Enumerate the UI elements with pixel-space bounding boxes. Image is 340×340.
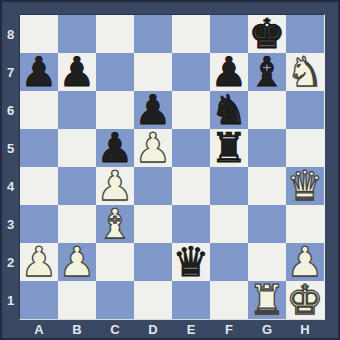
square-e1[interactable] [172,281,210,319]
rank-label-4: 4 [2,167,19,205]
rank-label-6: 6 [2,91,19,129]
file-label-b: B [58,320,96,338]
square-a5[interactable] [20,129,58,167]
square-c2[interactable] [96,243,134,281]
square-d3[interactable] [134,205,172,243]
square-c7[interactable] [96,53,134,91]
square-d1[interactable] [134,281,172,319]
rank-label-3: 3 [2,205,19,243]
square-a7[interactable]: ♟ [20,53,58,91]
square-e5[interactable] [172,129,210,167]
white-pawn-piece[interactable]: ♟ [59,243,96,281]
file-label-e: E [172,320,210,338]
chess-board-frame: 87654321 ♚♟♟♟♝♞♟♞♟♟♜♟♛♝♟♟♛♟♜♚ ABCDEFGH [0,0,340,340]
white-pawn-piece[interactable]: ♟ [135,129,172,167]
white-rook-piece[interactable]: ♜ [249,281,286,319]
square-f4[interactable] [210,167,248,205]
square-b2[interactable]: ♟ [58,243,96,281]
square-h6[interactable] [286,91,324,129]
square-b4[interactable] [58,167,96,205]
square-a2[interactable]: ♟ [20,243,58,281]
square-d5[interactable]: ♟ [134,129,172,167]
black-rook-piece[interactable]: ♜ [211,129,248,167]
square-g7[interactable]: ♝ [248,53,286,91]
square-h4[interactable]: ♛ [286,167,324,205]
square-a4[interactable] [20,167,58,205]
rank-label-5: 5 [2,129,19,167]
black-queen-piece[interactable]: ♛ [173,243,210,281]
white-knight-piece[interactable]: ♞ [287,53,324,91]
rank-label-7: 7 [2,53,19,91]
square-g5[interactable] [248,129,286,167]
square-f1[interactable] [210,281,248,319]
square-b5[interactable] [58,129,96,167]
square-e7[interactable] [172,53,210,91]
square-e4[interactable] [172,167,210,205]
white-queen-piece[interactable]: ♛ [287,167,324,205]
file-label-h: H [286,320,324,338]
white-bishop-piece[interactable]: ♝ [97,205,134,243]
square-c3[interactable]: ♝ [96,205,134,243]
rank-label-1: 1 [2,281,19,319]
square-c8[interactable] [96,15,134,53]
square-b6[interactable] [58,91,96,129]
square-h7[interactable]: ♞ [286,53,324,91]
square-f3[interactable] [210,205,248,243]
black-pawn-piece[interactable]: ♟ [59,53,96,91]
file-label-g: G [248,320,286,338]
square-f2[interactable] [210,243,248,281]
square-e2[interactable]: ♛ [172,243,210,281]
square-g4[interactable] [248,167,286,205]
square-b1[interactable] [58,281,96,319]
file-label-f: F [210,320,248,338]
square-h1[interactable]: ♚ [286,281,324,319]
file-label-c: C [96,320,134,338]
rank-labels: 87654321 [2,15,19,319]
file-label-a: A [20,320,58,338]
rank-label-8: 8 [2,15,19,53]
square-e6[interactable] [172,91,210,129]
square-b7[interactable]: ♟ [58,53,96,91]
square-d8[interactable] [134,15,172,53]
white-pawn-piece[interactable]: ♟ [21,243,58,281]
file-labels: ABCDEFGH [20,320,324,338]
square-c1[interactable] [96,281,134,319]
square-g1[interactable]: ♜ [248,281,286,319]
square-d4[interactable] [134,167,172,205]
square-d2[interactable] [134,243,172,281]
white-king-piece[interactable]: ♚ [287,281,324,319]
black-pawn-piece[interactable]: ♟ [21,53,58,91]
chess-board[interactable]: ♚♟♟♟♝♞♟♞♟♟♜♟♛♝♟♟♛♟♜♚ [19,14,325,320]
file-label-d: D [134,320,172,338]
square-e8[interactable] [172,15,210,53]
square-a1[interactable] [20,281,58,319]
square-g6[interactable] [248,91,286,129]
rank-label-2: 2 [2,243,19,281]
square-a6[interactable] [20,91,58,129]
square-f5[interactable]: ♜ [210,129,248,167]
square-g3[interactable] [248,205,286,243]
black-bishop-piece[interactable]: ♝ [249,53,286,91]
